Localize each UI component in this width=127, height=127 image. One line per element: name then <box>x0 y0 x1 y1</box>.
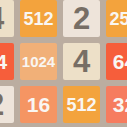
tile-64: 64 <box>106 43 127 80</box>
tile-64: 64 <box>0 43 14 80</box>
tile-256: 256 <box>106 0 127 37</box>
tile-512: 512 <box>63 86 100 123</box>
tile-512: 512 <box>20 0 57 37</box>
game-2048-viewport: 4512225664102446421651232 <box>0 0 127 127</box>
tile-4: 4 <box>63 43 100 80</box>
tile-2: 2 <box>63 0 100 37</box>
tile-2: 2 <box>0 86 14 123</box>
tile-1024: 1024 <box>20 43 57 80</box>
tile-16: 16 <box>20 86 57 123</box>
board[interactable]: 4512225664102446421651232 <box>0 0 127 123</box>
tile-4: 4 <box>0 0 14 37</box>
tile-32: 32 <box>106 86 127 123</box>
